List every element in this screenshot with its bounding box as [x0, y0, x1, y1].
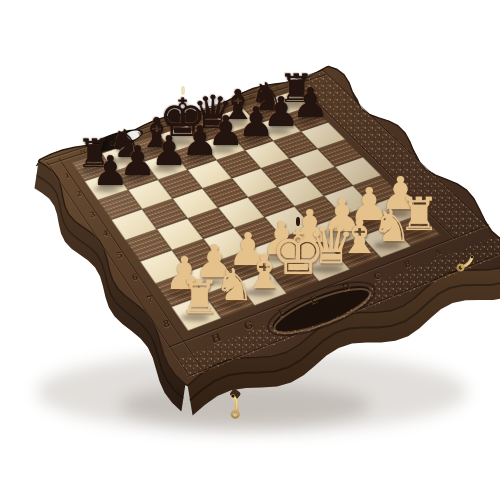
piece-black-pawn: ♟: [90, 151, 131, 192]
rank-label-2: 2: [76, 190, 82, 199]
black-king-tip: [181, 86, 185, 95]
rank-label-7: 7: [146, 294, 155, 305]
file-label-d: D: [341, 281, 352, 293]
file-label-e: E: [308, 293, 319, 306]
piece-white-rook: ♜: [177, 275, 222, 320]
rank-label-6: 6: [131, 271, 139, 282]
white-king-tip: [296, 217, 300, 226]
file-label-a: A: [433, 247, 442, 258]
file-label-g: G: [243, 318, 255, 332]
rank-label-5: 5: [116, 250, 124, 261]
rank-label-1: 1: [64, 172, 70, 180]
rank-label-3: 3: [89, 209, 96, 219]
file-label-b: B: [403, 258, 413, 270]
labels-and-pieces-layer: HGFEDCBA12345678HGFEDCBA♜♞♝♛♚♝♞♜♟♟♟♟♟♟♟♟…: [0, 0, 500, 500]
rank-label-4: 4: [102, 229, 109, 239]
file-label-c: C: [372, 270, 382, 282]
file-label-f: F: [276, 306, 286, 319]
rank-label-8: 8: [162, 317, 171, 329]
file-label-h: H: [209, 330, 223, 345]
product-photo-stage: HGFEDCBA12345678HGFEDCBA♜♞♝♛♚♝♞♜♟♟♟♟♟♟♟♟…: [0, 0, 500, 500]
